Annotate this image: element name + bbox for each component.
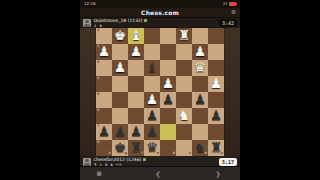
square-b3[interactable]: ♛ [192,60,208,76]
square-c1[interactable]: ♜ [176,28,192,44]
square-f4[interactable] [128,76,144,92]
white-pawn-e5[interactable]: ♟ [144,92,160,108]
square-c6[interactable]: ♞ [176,108,192,124]
rank-label-3: 3 [97,61,99,65]
square-g1[interactable]: ♚ [112,28,128,44]
chess-board: 1♚♝♜♟2♟♟3♟♝♛4♟♟5♟♟♟6♟♞♟♟7♟♟♟8h♚g♜f♛edc♞b… [96,28,224,156]
white-pawn-d4[interactable]: ♟ [160,76,176,92]
white-pawn-b2[interactable]: ♟ [192,44,208,60]
square-e4[interactable] [144,76,160,92]
square-a1[interactable] [208,28,224,44]
file-label-h: h [109,152,112,156]
white-queen-b3[interactable]: ♛ [192,60,208,76]
app-title: Chess.com [80,8,240,17]
file-label-a: a [221,152,223,156]
square-a8[interactable]: ♜a [208,140,224,156]
battery-percent: 37 [223,0,228,8]
square-h1[interactable]: 1 [96,28,112,44]
square-a3[interactable] [208,60,224,76]
file-label-c: c [189,152,191,156]
square-c8[interactable]: c [176,140,192,156]
black-pawn-d5[interactable]: ♟ [160,92,176,108]
square-b7[interactable] [192,124,208,140]
square-d4[interactable]: ♟ [160,76,176,92]
black-pawn-a6[interactable]: ♟ [208,108,224,124]
rank-label-2: 2 [97,45,99,49]
square-c4[interactable] [176,76,192,92]
square-f5[interactable] [128,92,144,108]
square-b4[interactable] [192,76,208,92]
square-d8[interactable]: d [160,140,176,156]
video-frame: 12:18 37 Chess.com ⚙ Quietmove_18 (1132)… [0,0,320,180]
square-e3[interactable]: ♝ [144,60,160,76]
white-pawn-f2[interactable]: ♟ [128,44,144,60]
file-label-f: f [141,152,143,156]
black-pawn-b5[interactable]: ♟ [192,92,208,108]
black-pawn-f7[interactable]: ♟ [128,124,144,140]
black-pawn-e6[interactable]: ♟ [144,108,160,124]
status-time: 12:18 [84,0,96,8]
opponent-flair-icon [144,19,147,22]
move-back-icon[interactable]: ❮ [152,167,164,180]
game-menu-icon[interactable]: ▦ [93,167,105,180]
app-screen: 12:18 37 Chess.com ⚙ Quietmove_18 (1132)… [80,0,240,180]
player-flair-icon [143,158,146,161]
square-g7[interactable]: ♟ [112,124,128,140]
rank-label-1: 1 [97,29,99,33]
square-b8[interactable]: ♞b [192,140,208,156]
white-bishop-f1[interactable]: ♝ [128,28,144,44]
opponent-avatar[interactable] [83,19,91,27]
square-b5[interactable]: ♟ [192,92,208,108]
rank-label-4: 4 [97,77,99,81]
square-d1[interactable] [160,28,176,44]
square-e2[interactable] [144,44,160,60]
square-h5[interactable]: 5 [96,92,112,108]
square-g2[interactable] [112,44,128,60]
square-h8[interactable]: 8h [96,140,112,156]
square-c7[interactable] [176,124,192,140]
square-c2[interactable] [176,44,192,60]
square-e7[interactable]: ♟ [144,124,160,140]
white-knight-c6[interactable]: ♞ [176,108,192,124]
square-f7[interactable]: ♟ [128,124,144,140]
square-a2[interactable] [208,44,224,60]
square-e8[interactable]: ♛e [144,140,160,156]
square-g4[interactable] [112,76,128,92]
square-a4[interactable]: ♟ [208,76,224,92]
white-king-g1[interactable]: ♚ [112,28,128,44]
square-h2[interactable]: ♟2 [96,44,112,60]
square-f6[interactable] [128,108,144,124]
file-label-b: b [204,152,207,156]
white-pawn-a4[interactable]: ♟ [208,76,224,92]
square-c5[interactable] [176,92,192,108]
square-d7[interactable] [160,124,176,140]
square-h4[interactable]: 4 [96,76,112,92]
nav-bar: Chess.com ⚙ [80,8,240,18]
square-g5[interactable] [112,92,128,108]
black-pawn-e7[interactable]: ♟ [144,124,160,140]
status-bar: 12:18 37 [80,0,240,8]
square-g8[interactable]: ♚g [112,140,128,156]
square-a5[interactable] [208,92,224,108]
rank-label-5: 5 [97,93,99,97]
opponent-clock: 3:42 [219,19,237,27]
square-a7[interactable] [208,124,224,140]
square-f2[interactable]: ♟ [128,44,144,60]
player-clock: 5:17 [219,158,237,166]
bottom-toolbar: ▦ ❮ ❯ [80,166,240,180]
square-h3[interactable]: 3 [96,60,112,76]
white-rook-c1[interactable]: ♜ [176,28,192,44]
square-h7[interactable]: ♟7 [96,124,112,140]
square-f8[interactable]: ♜f [128,140,144,156]
rank-label-8: 8 [97,141,99,145]
file-label-g: g [124,152,127,156]
square-g3[interactable]: ♟ [112,60,128,76]
square-e5[interactable]: ♟ [144,92,160,108]
rank-label-7: 7 [97,125,99,129]
square-f3[interactable] [128,60,144,76]
square-d5[interactable]: ♟ [160,92,176,108]
square-b6[interactable] [192,108,208,124]
square-e6[interactable]: ♟ [144,108,160,124]
file-label-e: e [157,152,159,156]
square-b2[interactable]: ♟ [192,44,208,60]
battery-icon [229,2,236,6]
square-c3[interactable] [176,60,192,76]
gear-icon[interactable]: ⚙ [231,8,236,17]
move-forward-icon[interactable]: ❯ [212,167,224,180]
square-d6[interactable] [160,108,176,124]
square-g6[interactable] [112,108,128,124]
square-f1[interactable]: ♝ [128,28,144,44]
square-d2[interactable] [160,44,176,60]
black-pawn-g7[interactable]: ♟ [112,124,128,140]
square-d3[interactable] [160,60,176,76]
square-e1[interactable] [144,28,160,44]
white-pawn-g3[interactable]: ♟ [112,60,128,76]
square-a6[interactable]: ♟ [208,108,224,124]
opponent-player-bar: Quietmove_18 (1132) ♝ ♞ 3:42 [80,18,240,28]
file-label-d: d [172,152,175,156]
square-h6[interactable]: 6 [96,108,112,124]
black-bishop-e3[interactable]: ♝ [144,60,160,76]
square-b1[interactable] [192,28,208,44]
player-avatar[interactable] [83,158,91,166]
rank-label-6: 6 [97,109,99,113]
